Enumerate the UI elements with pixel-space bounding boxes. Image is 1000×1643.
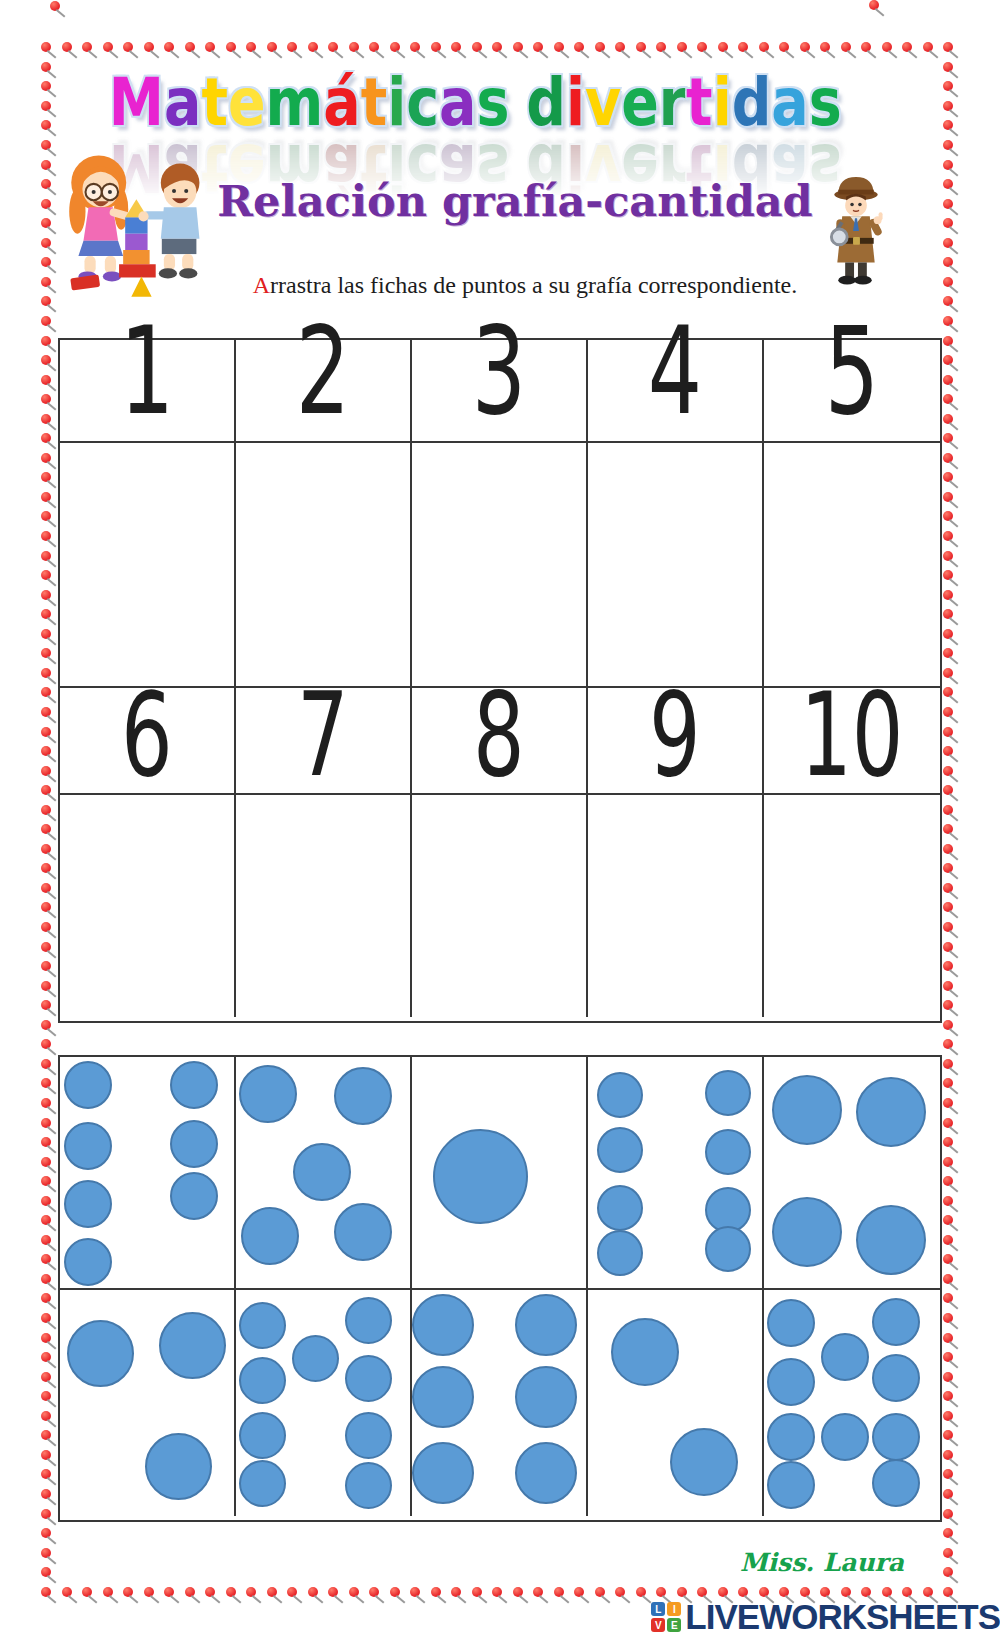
- title-letter-18: i: [712, 64, 731, 141]
- numeral-7: 7: [297, 677, 349, 793]
- border-pin: [41, 1274, 51, 1284]
- counter-dot: [767, 1461, 815, 1509]
- counter-dot: [412, 1366, 474, 1428]
- border-pin: [841, 1587, 851, 1597]
- border-pin: [943, 1430, 953, 1440]
- border-pin: [869, 0, 879, 10]
- numeral-10: 10: [800, 677, 903, 793]
- numeral-cell-1: 1: [60, 340, 236, 443]
- border-pin: [820, 1587, 830, 1597]
- counter-dot: [239, 1357, 286, 1404]
- border-pin: [41, 1411, 51, 1421]
- border-pin: [62, 1587, 72, 1597]
- border-pin: [144, 1587, 154, 1597]
- border-pin: [943, 1509, 953, 1519]
- border-pin: [41, 590, 51, 600]
- counter-dot: [345, 1412, 392, 1459]
- border-pin: [41, 922, 51, 932]
- border-pin: [267, 42, 277, 52]
- numeral-cell-3: 3: [412, 340, 588, 443]
- counter-dot: [872, 1459, 920, 1507]
- border-pin: [943, 590, 953, 600]
- border-pin: [554, 1587, 564, 1597]
- border-pin: [943, 570, 953, 580]
- border-pin: [41, 570, 51, 580]
- drop-zone-3[interactable]: [412, 443, 588, 688]
- border-pin: [41, 824, 51, 834]
- border-pin: [943, 42, 953, 52]
- border-pin: [41, 238, 51, 248]
- border-pin: [41, 687, 51, 697]
- numeral-cell-4: 4: [588, 340, 764, 443]
- border-pin: [943, 981, 953, 991]
- title-letter-17: t: [686, 64, 713, 141]
- border-pin: [41, 1587, 51, 1597]
- border-pin: [533, 1587, 543, 1597]
- border-pin: [697, 42, 707, 52]
- border-pin: [308, 1587, 318, 1597]
- border-pin: [41, 746, 51, 756]
- page-title: Matemáticas divertidas: [0, 62, 950, 136]
- border-pin: [41, 1548, 51, 1558]
- border-pin: [41, 1352, 51, 1362]
- drop-zone-7[interactable]: [236, 795, 412, 1017]
- border-pin: [164, 42, 174, 52]
- instruction-rest: rrastra las fichas de puntos a su grafía…: [270, 272, 797, 298]
- border-pin: [943, 375, 953, 385]
- border-pin: [943, 727, 953, 737]
- border-pin: [943, 1059, 953, 1069]
- border-pin: [779, 1587, 789, 1597]
- border-pin: [41, 785, 51, 795]
- title-letter-11: [509, 70, 526, 136]
- border-pin: [41, 1039, 51, 1049]
- border-pin: [943, 277, 953, 287]
- border-pin: [677, 42, 687, 52]
- border-pin: [943, 1176, 953, 1186]
- border-pin: [574, 1587, 584, 1597]
- counter-dot: [515, 1366, 577, 1428]
- border-pin: [554, 42, 564, 52]
- border-pin: [943, 551, 953, 561]
- drop-zone-8[interactable]: [412, 795, 588, 1017]
- counter-dot: [412, 1294, 474, 1356]
- border-pin: [943, 1000, 953, 1010]
- counter-dot: [334, 1067, 392, 1125]
- border-pin: [41, 1293, 51, 1303]
- border-pin: [943, 863, 953, 873]
- border-pin: [472, 1587, 482, 1597]
- border-pin: [656, 42, 666, 52]
- counter-dot: [872, 1298, 920, 1346]
- border-pin: [943, 1528, 953, 1538]
- border-pin: [41, 1020, 51, 1030]
- border-pin: [943, 1215, 953, 1225]
- border-pin: [513, 1587, 523, 1597]
- counter-dot: [872, 1354, 920, 1402]
- border-pin: [287, 42, 297, 52]
- counter-dot: [821, 1333, 869, 1381]
- border-pin: [943, 1391, 953, 1401]
- border-pin: [861, 1587, 871, 1597]
- border-pin: [943, 453, 953, 463]
- numeral-cell-6: 6: [60, 688, 236, 795]
- border-pin: [41, 863, 51, 873]
- logo-tile-I: I: [667, 1602, 681, 1616]
- border-pin: [943, 785, 953, 795]
- border-pin: [574, 42, 584, 52]
- drop-zone-1[interactable]: [60, 443, 236, 688]
- border-pin: [943, 1118, 953, 1128]
- border-pin: [185, 1587, 195, 1597]
- title-letter-21: s: [808, 64, 841, 141]
- border-pin: [41, 472, 51, 482]
- border-pin: [943, 942, 953, 952]
- border-pin: [492, 1587, 502, 1597]
- border-pin: [41, 1000, 51, 1010]
- border-pin: [41, 1059, 51, 1069]
- border-pin: [738, 42, 748, 52]
- border-pin: [615, 42, 625, 52]
- border-pin: [943, 1137, 953, 1147]
- border-pin: [41, 1509, 51, 1519]
- border-pin: [677, 1587, 687, 1597]
- border-pin: [82, 42, 92, 52]
- title-letter-5: á: [323, 64, 360, 141]
- border-pin: [943, 766, 953, 776]
- border-pin: [943, 1274, 953, 1284]
- counter-dot: [772, 1075, 842, 1145]
- counter-dot: [334, 1203, 392, 1261]
- border-pin: [41, 1196, 51, 1206]
- counter-dot: [611, 1318, 679, 1386]
- border-pin: [123, 1587, 133, 1597]
- border-pin: [943, 1098, 953, 1108]
- border-pin: [943, 316, 953, 326]
- border-pin: [41, 961, 51, 971]
- counter-dot: [241, 1207, 299, 1265]
- border-pin: [943, 492, 953, 502]
- border-pin: [718, 42, 728, 52]
- numeral-table: 12345678910: [58, 338, 942, 1023]
- counter-dot: [856, 1077, 926, 1147]
- border-pin: [820, 42, 830, 52]
- border-pin: [41, 257, 51, 267]
- counter-dot: [239, 1302, 286, 1349]
- border-pin: [246, 1587, 256, 1597]
- border-pin: [41, 1157, 51, 1167]
- numeral-8: 8: [473, 677, 525, 793]
- numeral-5: 5: [825, 310, 879, 432]
- border-pin: [185, 42, 195, 52]
- liveworksheets-logo[interactable]: LIVE LIVEWORKSHEETS: [651, 1597, 1000, 1637]
- border-pin: [943, 707, 953, 717]
- numeral-cell-7: 7: [236, 688, 412, 795]
- border-pin: [943, 805, 953, 815]
- border-pin: [615, 1587, 625, 1597]
- border-pin: [267, 1587, 277, 1597]
- title-letter-14: v: [585, 64, 621, 141]
- border-pin: [41, 1215, 51, 1225]
- border-pin: [390, 42, 400, 52]
- border-pin: [41, 1567, 51, 1577]
- border-pin: [41, 316, 51, 326]
- border-pin: [41, 648, 51, 658]
- border-pin: [636, 42, 646, 52]
- counter-dot: [64, 1238, 112, 1286]
- border-pin: [41, 727, 51, 737]
- title-letter-9: a: [439, 64, 476, 141]
- counter-dot: [670, 1428, 738, 1496]
- border-pin: [943, 296, 953, 306]
- border-pin: [943, 1372, 953, 1382]
- border-pin: [41, 1391, 51, 1401]
- border-pin: [943, 902, 953, 912]
- drop-zone-6[interactable]: [60, 795, 236, 1017]
- numeral-2: 2: [296, 310, 350, 432]
- border-pin: [943, 511, 953, 521]
- border-pin: [882, 42, 892, 52]
- counter-dot: [345, 1297, 392, 1344]
- border-pin: [943, 922, 953, 932]
- border-pin: [943, 394, 953, 404]
- border-pin: [656, 1587, 666, 1597]
- title-letter-8: c: [406, 64, 439, 141]
- border-pin: [41, 1313, 51, 1323]
- border-pin: [349, 42, 359, 52]
- counter-dot: [515, 1442, 577, 1504]
- drop-zone-10[interactable]: [764, 795, 940, 1017]
- border-pin: [943, 472, 953, 482]
- counter-dot: [159, 1312, 226, 1379]
- border-pin: [328, 42, 338, 52]
- detective-illustration: [826, 172, 886, 290]
- counter-dot: [345, 1355, 392, 1402]
- counter-dot: [597, 1185, 643, 1231]
- liveworksheets-wordmark: LIVEWORKSHEETS: [685, 1597, 1000, 1637]
- border-pin: [50, 1, 60, 11]
- counter-dot: [856, 1205, 926, 1275]
- border-pin: [800, 1587, 810, 1597]
- border-pin: [82, 1587, 92, 1597]
- border-pin: [41, 1372, 51, 1382]
- counter-dot: [145, 1433, 212, 1500]
- title-letter-2: t: [201, 64, 228, 141]
- title-letter-0: M: [109, 64, 164, 141]
- border-pin: [943, 238, 953, 248]
- numeral-6: 6: [121, 677, 173, 793]
- border-pin: [41, 1137, 51, 1147]
- border-pin: [41, 296, 51, 306]
- numeral-cell-9: 9: [588, 688, 764, 795]
- title-letter-3: e: [228, 64, 266, 141]
- border-pin: [841, 42, 851, 52]
- border-pin: [943, 531, 953, 541]
- counter-dot: [821, 1413, 869, 1461]
- logo-tile-E: E: [667, 1618, 681, 1632]
- border-pin: [41, 355, 51, 365]
- border-pin: [943, 1567, 953, 1577]
- border-pin: [41, 1118, 51, 1128]
- border-pin: [41, 42, 51, 52]
- counter-dot: [170, 1061, 218, 1109]
- border-pin: [943, 355, 953, 365]
- border-pin: [943, 883, 953, 893]
- border-pin: [943, 414, 953, 424]
- border-pin: [943, 1450, 953, 1460]
- border-pin: [943, 824, 953, 834]
- border-pin: [41, 492, 51, 502]
- counter-dot: [872, 1413, 920, 1461]
- border-pin: [226, 1587, 236, 1597]
- counter-dot: [597, 1072, 643, 1118]
- border-pin: [943, 1333, 953, 1343]
- border-pin: [41, 1098, 51, 1108]
- drop-zone-4[interactable]: [588, 443, 764, 688]
- numeral-4: 4: [648, 310, 702, 432]
- title-letter-13: i: [566, 64, 585, 141]
- border-pin: [513, 42, 523, 52]
- border-pin: [882, 1587, 892, 1597]
- counter-dot: [597, 1230, 643, 1276]
- border-pin: [41, 902, 51, 912]
- border-pin: [41, 277, 51, 287]
- border-pin: [41, 531, 51, 541]
- border-pin: [287, 1587, 297, 1597]
- title-letter-16: r: [658, 64, 685, 141]
- counter-dot: [412, 1442, 474, 1504]
- border-pin: [943, 746, 953, 756]
- counter-dot: [239, 1412, 286, 1459]
- title-letter-12: d: [526, 64, 566, 141]
- border-pin: [103, 1587, 113, 1597]
- counter-dot: [767, 1413, 815, 1461]
- border-pin: [41, 218, 51, 228]
- border-pin: [861, 42, 871, 52]
- counter-dot: [170, 1172, 218, 1220]
- drop-zone-2[interactable]: [236, 443, 412, 688]
- border-pin: [41, 1528, 51, 1538]
- counter-dot: [597, 1127, 643, 1173]
- counter-dot: [345, 1462, 392, 1509]
- counter-dot: [64, 1061, 112, 1109]
- title-letter-15: e: [621, 64, 659, 141]
- numeral-3: 3: [472, 310, 526, 432]
- border-pin: [943, 687, 953, 697]
- border-pin: [759, 1587, 769, 1597]
- border-pin: [923, 42, 933, 52]
- border-pin: [390, 1587, 400, 1597]
- title-letter-20: a: [771, 64, 808, 141]
- border-pin: [943, 1020, 953, 1030]
- border-pin: [41, 1078, 51, 1088]
- border-pin: [123, 42, 133, 52]
- border-pin: [943, 433, 953, 443]
- border-pin: [943, 1235, 953, 1245]
- border-pin: [41, 1254, 51, 1264]
- border-pin: [328, 1587, 338, 1597]
- border-pin: [226, 42, 236, 52]
- border-pin: [738, 1587, 748, 1597]
- border-pin: [533, 42, 543, 52]
- counter-dot: [67, 1320, 134, 1387]
- border-pin: [800, 42, 810, 52]
- border-pin: [41, 1450, 51, 1460]
- kids-illustration: [56, 136, 290, 304]
- border-pin: [41, 1469, 51, 1479]
- border-pin: [943, 1254, 953, 1264]
- border-pin: [205, 1587, 215, 1597]
- border-pin: [41, 433, 51, 443]
- border-pin: [41, 707, 51, 717]
- counter-dot: [239, 1065, 297, 1123]
- border-pin: [943, 336, 953, 346]
- counter-dot: [767, 1358, 815, 1406]
- counter-dot: [705, 1070, 751, 1116]
- border-pin: [164, 1587, 174, 1597]
- border-pin: [923, 1587, 933, 1597]
- numeral-cell-8: 8: [412, 688, 588, 795]
- border-pin: [472, 42, 482, 52]
- border-pin: [431, 1587, 441, 1597]
- border-pin: [451, 42, 461, 52]
- border-pin: [718, 1587, 728, 1597]
- border-pin: [41, 942, 51, 952]
- drop-zone-9[interactable]: [588, 795, 764, 1017]
- counter-dot: [772, 1197, 842, 1267]
- border-pin: [41, 336, 51, 346]
- border-pin: [697, 1587, 707, 1597]
- drop-zone-5[interactable]: [764, 443, 940, 688]
- border-pin: [943, 1489, 953, 1499]
- border-pin: [41, 981, 51, 991]
- border-pin: [41, 805, 51, 815]
- numeral-cell-10: 10: [764, 688, 940, 795]
- border-pin: [451, 1587, 461, 1597]
- border-pin: [779, 42, 789, 52]
- border-pin: [41, 766, 51, 776]
- border-pin: [41, 668, 51, 678]
- border-pin: [144, 42, 154, 52]
- border-pin: [943, 648, 953, 658]
- border-pin: [205, 42, 215, 52]
- border-pin: [410, 1587, 420, 1597]
- border-pin: [41, 511, 51, 521]
- border-pin: [943, 257, 953, 267]
- border-pin: [308, 42, 318, 52]
- border-pin: [943, 1313, 953, 1323]
- counter-dot: [705, 1226, 751, 1272]
- border-pin: [943, 1469, 953, 1479]
- border-pin: [369, 42, 379, 52]
- border-pin: [41, 629, 51, 639]
- border-pin: [759, 42, 769, 52]
- border-pin: [41, 1333, 51, 1343]
- title-letter-10: s: [476, 64, 509, 141]
- worksheet-page: Matemáticas divertidas Matemáticas diver…: [0, 0, 1000, 1643]
- numeral-cell-5: 5: [764, 340, 940, 443]
- border-pin: [349, 1587, 359, 1597]
- border-pin: [943, 961, 953, 971]
- border-pin: [943, 668, 953, 678]
- title-letter-4: m: [265, 64, 323, 141]
- border-pin: [943, 1039, 953, 1049]
- border-pin: [369, 1587, 379, 1597]
- border-pin: [595, 42, 605, 52]
- border-pin: [943, 1293, 953, 1303]
- border-pin: [41, 1489, 51, 1499]
- border-pin: [943, 844, 953, 854]
